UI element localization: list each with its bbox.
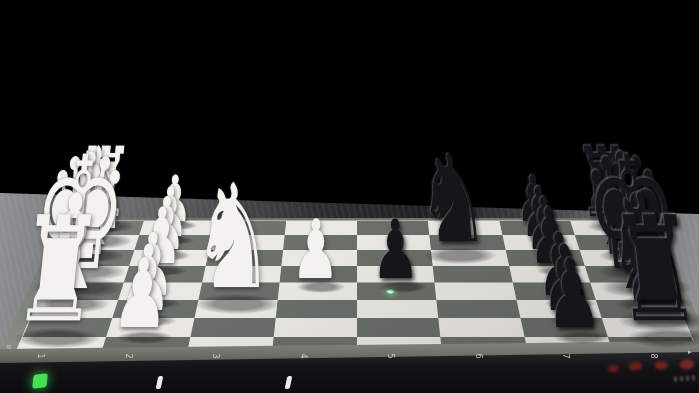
piece-black-knight-c6[interactable]: ♞ (415, 140, 490, 261)
piece-black-pawn-e5[interactable]: ♟ (371, 211, 420, 293)
square-f6[interactable] (437, 300, 520, 318)
square-g3[interactable] (190, 318, 276, 337)
piece-black-pawn-h7[interactable]: ♟ (540, 247, 603, 343)
piece-black-rook-h8[interactable]: ♜ (605, 198, 699, 343)
piece-white-pawn-h2[interactable]: ♟ (110, 247, 173, 343)
square-e6[interactable] (435, 282, 516, 299)
square-g4[interactable] (273, 318, 357, 337)
power-led-indicator (32, 373, 48, 388)
piece-white-pawn-e4[interactable]: ♟ (291, 211, 340, 293)
piece-white-knight-f3[interactable]: ♞ (189, 165, 280, 309)
square-g6[interactable] (438, 318, 524, 337)
chessboard-photo-scene: 12345678≡▸ ♜♞♝♛♚♝♜♟♟♟♟♟♟♟♞♟♜♝♛♚♝♞♜♟♟♟♟♟♟… (0, 0, 699, 393)
piece-white-rook-h1[interactable]: ♜ (8, 198, 108, 343)
square-f5[interactable] (357, 300, 438, 318)
square-g5[interactable] (357, 318, 441, 337)
square-f4[interactable] (276, 300, 357, 318)
